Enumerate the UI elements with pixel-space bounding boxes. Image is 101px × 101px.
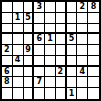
cell-r1c1[interactable] [2, 2, 13, 13]
cell-r9c9[interactable] [88, 88, 99, 99]
cell-r7c5[interactable] [45, 67, 56, 78]
cell-r8c4[interactable]: 7 [34, 77, 45, 88]
cell-r7c7[interactable] [67, 67, 78, 78]
cell-r1c6[interactable] [56, 2, 67, 13]
cell-r2c2[interactable]: 1 [13, 13, 24, 24]
cell-r7c2[interactable] [13, 67, 24, 78]
cell-r3c3[interactable] [24, 24, 35, 35]
cell-r7c9[interactable] [88, 67, 99, 78]
cell-r1c7[interactable] [67, 2, 78, 13]
cell-r1c2[interactable] [13, 2, 24, 13]
cell-r2c4[interactable] [34, 13, 45, 24]
cell-r4c6[interactable] [56, 34, 67, 45]
cell-r3c8[interactable] [77, 24, 88, 35]
cell-r3c1[interactable] [2, 24, 13, 35]
cell-r6c3[interactable] [24, 56, 35, 67]
cell-r3c7[interactable] [67, 24, 78, 35]
cell-r8c5[interactable] [45, 77, 56, 88]
cell-r2c1[interactable] [2, 13, 13, 24]
cell-r6c8[interactable] [77, 56, 88, 67]
sudoku-board: 32815615294624871 [0, 0, 101, 101]
cell-r6c6[interactable] [56, 56, 67, 67]
cell-r5c6[interactable] [56, 45, 67, 56]
cell-r6c4[interactable] [34, 56, 45, 67]
cell-r6c5[interactable] [45, 56, 56, 67]
cell-r1c5[interactable] [45, 2, 56, 13]
cell-r9c4[interactable] [34, 88, 45, 99]
cell-r4c1[interactable] [2, 34, 13, 45]
cell-r2c9[interactable] [88, 13, 99, 24]
cell-r9c5[interactable] [45, 88, 56, 99]
cell-r6c7[interactable] [67, 56, 78, 67]
cell-r9c1[interactable] [2, 88, 13, 99]
cell-r8c3[interactable] [24, 77, 35, 88]
cell-r8c6[interactable] [56, 77, 67, 88]
cell-r8c7[interactable] [67, 77, 78, 88]
cell-r4c3[interactable] [24, 34, 35, 45]
cell-r5c2[interactable] [13, 45, 24, 56]
cell-r7c3[interactable] [24, 67, 35, 78]
cell-r3c2[interactable] [13, 24, 24, 35]
cell-r1c3[interactable] [24, 2, 35, 13]
cell-r3c4[interactable] [34, 24, 45, 35]
cell-r4c9[interactable] [88, 34, 99, 45]
cell-r3c6[interactable] [56, 24, 67, 35]
cell-r6c2[interactable]: 4 [13, 56, 24, 67]
cell-r9c8[interactable] [77, 88, 88, 99]
cell-r2c5[interactable] [45, 13, 56, 24]
cell-r9c6[interactable] [56, 88, 67, 99]
cell-r5c4[interactable] [34, 45, 45, 56]
cell-r1c8[interactable]: 2 [77, 2, 88, 13]
cell-r2c6[interactable] [56, 13, 67, 24]
cell-r8c1[interactable]: 8 [2, 77, 13, 88]
cell-r7c4[interactable] [34, 67, 45, 78]
cell-r3c9[interactable] [88, 24, 99, 35]
cell-r5c7[interactable] [67, 45, 78, 56]
cell-r5c1[interactable]: 2 [2, 45, 13, 56]
cell-r1c4[interactable]: 3 [34, 2, 45, 13]
cell-r2c3[interactable]: 5 [24, 13, 35, 24]
cell-r7c8[interactable]: 4 [77, 67, 88, 78]
cell-r8c8[interactable] [77, 77, 88, 88]
cell-r6c1[interactable] [2, 56, 13, 67]
cell-r4c8[interactable] [77, 34, 88, 45]
cell-r4c2[interactable] [13, 34, 24, 45]
cell-r4c7[interactable]: 5 [67, 34, 78, 45]
cell-r5c8[interactable] [77, 45, 88, 56]
cell-r6c9[interactable] [88, 56, 99, 67]
cell-r2c8[interactable] [77, 13, 88, 24]
cell-r5c5[interactable] [45, 45, 56, 56]
cell-r9c3[interactable] [24, 88, 35, 99]
cell-r3c5[interactable] [45, 24, 56, 35]
cell-r7c1[interactable]: 6 [2, 67, 13, 78]
cell-r9c7[interactable]: 1 [67, 88, 78, 99]
cell-r5c3[interactable]: 9 [24, 45, 35, 56]
cell-r1c9[interactable]: 8 [88, 2, 99, 13]
cell-r5c9[interactable] [88, 45, 99, 56]
cell-r9c2[interactable] [13, 88, 24, 99]
cell-r8c9[interactable] [88, 77, 99, 88]
cell-r4c5[interactable]: 1 [45, 34, 56, 45]
cell-r8c2[interactable] [13, 77, 24, 88]
cell-r4c4[interactable]: 6 [34, 34, 45, 45]
cell-r7c6[interactable]: 2 [56, 67, 67, 78]
cell-r2c7[interactable] [67, 13, 78, 24]
